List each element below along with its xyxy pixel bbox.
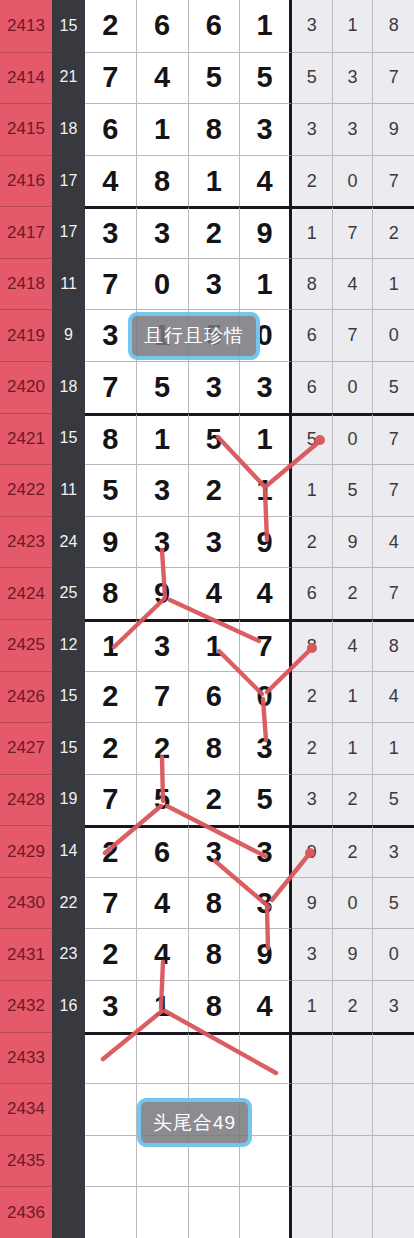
digit-cell (137, 1032, 189, 1084)
tail-cell: 9 (292, 825, 333, 877)
issue-cell: 2418 (0, 258, 52, 310)
trend-chart-grid[interactable]: 2413152661318241421745553724151861833392… (0, 0, 414, 1238)
tail-cell (373, 1083, 414, 1135)
issue-cell: 2433 (0, 1032, 52, 1084)
digit-cell: 4 (137, 928, 189, 980)
digit-cell: 0 (137, 258, 189, 310)
tail-cell: 4 (333, 258, 374, 310)
digit-cell: 1 (189, 619, 241, 671)
digit-cell: 5 (240, 52, 292, 104)
digit-cell (85, 1032, 137, 1084)
digit-cell: 4 (85, 155, 137, 207)
issue-cell: 2423 (0, 516, 52, 568)
tail-cell: 3 (333, 52, 374, 104)
digit-cell: 1 (137, 413, 189, 465)
digit-cell: 2 (137, 722, 189, 774)
tail-cell: 8 (373, 0, 414, 52)
digit-cell: 7 (85, 361, 137, 413)
tail-cell: 1 (292, 206, 333, 258)
tail-cell (373, 1186, 414, 1238)
issue-cell: 2415 (0, 103, 52, 155)
digit-cell: 5 (189, 413, 241, 465)
tail-cell: 9 (373, 103, 414, 155)
issue-cell: 2421 (0, 413, 52, 465)
sum-cell: 15 (52, 722, 85, 774)
tail-cell: 3 (333, 103, 374, 155)
digit-cell: 5 (189, 52, 241, 104)
sum-cell: 19 (52, 774, 85, 826)
digit-cell: 3 (189, 825, 241, 877)
tail-cell: 4 (333, 619, 374, 671)
issue-cell: 2427 (0, 722, 52, 774)
digit-cell: 8 (137, 155, 189, 207)
digit-cell: 5 (137, 774, 189, 826)
issue-cell: 2428 (0, 774, 52, 826)
sum-cell: 25 (52, 567, 85, 619)
tail-cell: 4 (373, 516, 414, 568)
digit-cell: 5 (137, 361, 189, 413)
digit-cell: 1 (189, 155, 241, 207)
tail-cell: 7 (333, 309, 374, 361)
digit-cell: 9 (85, 516, 137, 568)
tail-cell: 1 (292, 464, 333, 516)
sum-cell: 17 (52, 155, 85, 207)
tail-cell: 2 (373, 206, 414, 258)
tail-cell: 3 (373, 825, 414, 877)
tail-cell: 2 (333, 774, 374, 826)
sum-cell: 15 (52, 0, 85, 52)
digit-cell: 9 (240, 516, 292, 568)
tail-cell: 0 (333, 155, 374, 207)
digit-cell: 6 (189, 0, 241, 52)
sum-cell: 18 (52, 361, 85, 413)
tail-cell: 0 (333, 413, 374, 465)
digit-cell: 2 (85, 671, 137, 723)
tail-cell (292, 1186, 333, 1238)
sum-cell: 18 (52, 103, 85, 155)
tail-cell: 1 (333, 722, 374, 774)
issue-cell: 2416 (0, 155, 52, 207)
digit-cell: 7 (85, 52, 137, 104)
tail-cell: 5 (373, 774, 414, 826)
issue-cell: 2413 (0, 0, 52, 52)
tail-cell (373, 1135, 414, 1187)
tail-cell: 9 (333, 928, 374, 980)
digit-cell: 3 (189, 361, 241, 413)
annotation-text-2: 头尾合49 (153, 1110, 236, 1136)
tail-cell: 8 (373, 619, 414, 671)
digit-cell: 1 (240, 258, 292, 310)
tail-cell: 6 (292, 309, 333, 361)
tail-cell (292, 1135, 333, 1187)
digit-cell: 2 (189, 464, 241, 516)
tail-cell (292, 1032, 333, 1084)
tail-cell (373, 1032, 414, 1084)
issue-cell: 2434 (0, 1083, 52, 1135)
digit-cell: 8 (85, 413, 137, 465)
sum-cell: 11 (52, 258, 85, 310)
digit-cell: 3 (137, 464, 189, 516)
digit-cell (189, 1032, 241, 1084)
digit-cell (85, 1083, 137, 1135)
digit-cell: 7 (85, 877, 137, 929)
sum-cell: 16 (52, 980, 85, 1032)
tail-cell (333, 1135, 374, 1187)
digit-cell: 2 (189, 206, 241, 258)
sum-cell: 24 (52, 516, 85, 568)
tail-cell: 1 (373, 258, 414, 310)
tail-cell: 2 (333, 825, 374, 877)
digit-cell: 1 (240, 464, 292, 516)
digit-cell: 3 (189, 516, 241, 568)
issue-cell: 2420 (0, 361, 52, 413)
tail-cell: 3 (292, 103, 333, 155)
sum-cell: 11 (52, 464, 85, 516)
digit-cell: 2 (85, 0, 137, 52)
tail-cell: 0 (373, 309, 414, 361)
digit-cell: 3 (240, 877, 292, 929)
digit-cell: 6 (189, 671, 241, 723)
digit-cell (137, 1186, 189, 1238)
digit-cell: 4 (240, 155, 292, 207)
digit-cell: 1 (137, 103, 189, 155)
digit-cell: 7 (137, 671, 189, 723)
issue-cell: 2430 (0, 877, 52, 929)
tail-cell: 9 (292, 877, 333, 929)
digit-cell: 5 (240, 774, 292, 826)
sum-cell: 21 (52, 52, 85, 104)
tail-cell: 7 (373, 52, 414, 104)
tail-cell: 2 (333, 980, 374, 1032)
lottery-trend-chart: 2413152661318241421745553724151861833392… (0, 0, 414, 1238)
digit-cell: 4 (137, 52, 189, 104)
tail-cell: 5 (373, 361, 414, 413)
tail-cell: 6 (292, 567, 333, 619)
sum-cell (52, 1083, 85, 1135)
digit-cell: 1 (85, 619, 137, 671)
digit-cell: 9 (240, 928, 292, 980)
digit-cell (240, 1032, 292, 1084)
digit-cell: 3 (240, 361, 292, 413)
issue-cell: 2417 (0, 206, 52, 258)
digit-cell: 6 (137, 0, 189, 52)
issue-cell: 2431 (0, 928, 52, 980)
digit-cell: 0 (240, 671, 292, 723)
issue-cell: 2422 (0, 464, 52, 516)
digit-cell: 8 (189, 877, 241, 929)
sum-cell: 22 (52, 877, 85, 929)
sum-cell (52, 1186, 85, 1238)
digit-cell: 4 (240, 980, 292, 1032)
tail-cell: 2 (333, 567, 374, 619)
issue-cell: 2414 (0, 52, 52, 104)
issue-cell: 2426 (0, 671, 52, 723)
digit-cell: 2 (85, 928, 137, 980)
tail-cell: 3 (292, 928, 333, 980)
sum-cell: 14 (52, 825, 85, 877)
digit-cell (189, 1186, 241, 1238)
tail-cell: 5 (292, 52, 333, 104)
sum-cell: 17 (52, 206, 85, 258)
tail-cell: 7 (373, 155, 414, 207)
digit-cell (85, 1135, 137, 1187)
digit-cell: 8 (85, 567, 137, 619)
digit-cell: 5 (85, 464, 137, 516)
sum-cell: 23 (52, 928, 85, 980)
digit-cell: 6 (85, 103, 137, 155)
digit-cell: 3 (137, 206, 189, 258)
tail-cell: 0 (333, 361, 374, 413)
digit-cell: 8 (189, 722, 241, 774)
tail-cell: 7 (373, 413, 414, 465)
annotation-bubble-2: 头尾合49 (137, 1098, 252, 1147)
issue-cell: 2419 (0, 309, 52, 361)
digit-cell: 8 (189, 928, 241, 980)
tail-cell: 1 (333, 671, 374, 723)
tail-cell: 5 (333, 464, 374, 516)
digit-cell: 2 (189, 774, 241, 826)
sum-cell: 15 (52, 413, 85, 465)
digit-cell: 3 (240, 103, 292, 155)
tail-cell: 1 (373, 722, 414, 774)
sum-cell: 9 (52, 309, 85, 361)
digit-cell: 6 (137, 825, 189, 877)
annotation-bubble-1: 且行且珍惜 (128, 312, 260, 360)
issue-cell: 2424 (0, 567, 52, 619)
tail-cell (333, 1186, 374, 1238)
digit-cell: 2 (85, 825, 137, 877)
issue-cell: 2425 (0, 619, 52, 671)
tail-cell: 7 (333, 206, 374, 258)
tail-cell: 1 (292, 980, 333, 1032)
tail-cell: 2 (292, 671, 333, 723)
tail-cell: 2 (292, 722, 333, 774)
tail-cell (292, 1083, 333, 1135)
digit-cell: 3 (240, 825, 292, 877)
sum-cell (52, 1032, 85, 1084)
tail-cell: 3 (292, 0, 333, 52)
tail-cell: 0 (333, 877, 374, 929)
issue-cell: 2432 (0, 980, 52, 1032)
issue-cell: 2436 (0, 1186, 52, 1238)
digit-cell: 7 (85, 774, 137, 826)
sum-cell (52, 1135, 85, 1187)
digit-cell: 4 (137, 877, 189, 929)
digit-cell: 4 (240, 567, 292, 619)
digit-cell: 9 (240, 206, 292, 258)
tail-cell: 0 (373, 928, 414, 980)
tail-cell: 5 (292, 413, 333, 465)
digit-cell: 1 (240, 413, 292, 465)
digit-cell: 3 (137, 619, 189, 671)
tail-cell: 3 (373, 980, 414, 1032)
tail-cell: 4 (373, 671, 414, 723)
issue-cell: 2435 (0, 1135, 52, 1187)
digit-cell: 7 (85, 258, 137, 310)
digit-cell (85, 1186, 137, 1238)
tail-cell: 5 (373, 877, 414, 929)
digit-cell: 3 (137, 516, 189, 568)
digit-cell: 3 (85, 980, 137, 1032)
digit-cell: 3 (240, 722, 292, 774)
tail-cell: 7 (373, 464, 414, 516)
digit-cell (240, 1186, 292, 1238)
tail-cell: 3 (292, 774, 333, 826)
annotation-text-1: 且行且珍惜 (144, 323, 244, 349)
tail-cell (333, 1032, 374, 1084)
digit-cell: 1 (240, 0, 292, 52)
tail-cell: 9 (333, 516, 374, 568)
sum-cell: 15 (52, 671, 85, 723)
tail-cell: 6 (292, 361, 333, 413)
issue-cell: 2429 (0, 825, 52, 877)
digit-cell: 2 (85, 722, 137, 774)
digit-cell: 1 (137, 980, 189, 1032)
sum-cell: 12 (52, 619, 85, 671)
digit-cell: 4 (189, 567, 241, 619)
digit-cell: 9 (137, 567, 189, 619)
digit-cell: 8 (189, 103, 241, 155)
digit-cell: 3 (189, 258, 241, 310)
tail-cell (333, 1083, 374, 1135)
digit-cell: 7 (240, 619, 292, 671)
tail-cell: 7 (373, 567, 414, 619)
tail-cell: 1 (333, 0, 374, 52)
tail-cell: 8 (292, 619, 333, 671)
tail-cell: 8 (292, 258, 333, 310)
tail-cell: 2 (292, 516, 333, 568)
tail-cell: 2 (292, 155, 333, 207)
digit-cell: 3 (85, 206, 137, 258)
digit-cell: 8 (189, 980, 241, 1032)
